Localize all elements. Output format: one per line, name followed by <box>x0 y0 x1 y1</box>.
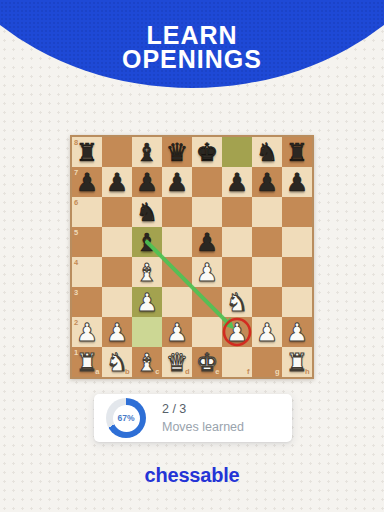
square-g6[interactable] <box>252 197 282 227</box>
progress-ring: 67% <box>106 398 146 438</box>
square-b8[interactable] <box>102 137 132 167</box>
square-d8[interactable]: ♛ <box>162 137 192 167</box>
square-h2[interactable]: ♟ <box>282 317 312 347</box>
square-e1[interactable]: e♚ <box>192 347 222 377</box>
square-f6[interactable] <box>222 197 252 227</box>
moves-caption: Moves learned <box>162 420 244 434</box>
piece-white-rook[interactable]: ♜ <box>282 347 312 377</box>
square-e6[interactable] <box>192 197 222 227</box>
square-g8[interactable]: ♞ <box>252 137 282 167</box>
piece-black-pawn[interactable]: ♟ <box>72 167 102 197</box>
square-d4[interactable] <box>162 257 192 287</box>
file-label: f <box>247 368 250 376</box>
square-h7[interactable]: ♟ <box>282 167 312 197</box>
square-f7[interactable]: ♟ <box>222 167 252 197</box>
square-e8[interactable]: ♚ <box>192 137 222 167</box>
square-g4[interactable] <box>252 257 282 287</box>
progress-percent: 67% <box>113 405 140 432</box>
square-e3[interactable] <box>192 287 222 317</box>
progress-card: 67% 2 / 3 Moves learned <box>94 394 292 442</box>
square-h6[interactable] <box>282 197 312 227</box>
piece-black-pawn[interactable]: ♟ <box>252 167 282 197</box>
square-e4[interactable]: ♟ <box>192 257 222 287</box>
piece-black-knight[interactable]: ♞ <box>132 197 162 227</box>
square-b1[interactable]: b♞ <box>102 347 132 377</box>
square-g5[interactable] <box>252 227 282 257</box>
piece-white-pawn[interactable]: ♟ <box>222 317 252 347</box>
piece-black-king[interactable]: ♚ <box>192 137 222 167</box>
square-e5[interactable]: ♟ <box>192 227 222 257</box>
piece-black-queen[interactable]: ♛ <box>162 137 192 167</box>
square-b4[interactable] <box>102 257 132 287</box>
piece-black-pawn[interactable]: ♟ <box>162 167 192 197</box>
square-b5[interactable] <box>102 227 132 257</box>
square-c8[interactable]: ♝ <box>132 137 162 167</box>
moves-fraction: 2 / 3 <box>162 402 244 416</box>
square-b6[interactable] <box>102 197 132 227</box>
square-h8[interactable]: ♜ <box>282 137 312 167</box>
piece-black-pawn[interactable]: ♟ <box>222 167 252 197</box>
square-e7[interactable] <box>192 167 222 197</box>
piece-black-rook[interactable]: ♜ <box>282 137 312 167</box>
piece-white-rook[interactable]: ♜ <box>72 347 102 377</box>
rank-label: 6 <box>74 199 78 207</box>
square-b7[interactable]: ♟ <box>102 167 132 197</box>
square-e2[interactable] <box>192 317 222 347</box>
piece-black-pawn[interactable]: ♟ <box>102 167 132 197</box>
square-d6[interactable] <box>162 197 192 227</box>
square-a7[interactable]: 7♟ <box>72 167 102 197</box>
square-b3[interactable] <box>102 287 132 317</box>
chessable-logo: chessable <box>0 464 384 487</box>
square-a6[interactable]: 6 <box>72 197 102 227</box>
square-h3[interactable] <box>282 287 312 317</box>
piece-black-rook[interactable]: ♜ <box>72 137 102 167</box>
rank-label: 5 <box>74 229 78 237</box>
piece-white-queen[interactable]: ♛ <box>162 347 192 377</box>
square-d5[interactable] <box>162 227 192 257</box>
piece-black-pawn[interactable]: ♟ <box>282 167 312 197</box>
square-h1[interactable]: h♜ <box>282 347 312 377</box>
square-a3[interactable]: 3 <box>72 287 102 317</box>
square-d1[interactable]: d♛ <box>162 347 192 377</box>
square-a8[interactable]: 8♜ <box>72 137 102 167</box>
piece-white-knight[interactable]: ♞ <box>102 347 132 377</box>
piece-black-bishop[interactable]: ♝ <box>132 227 162 257</box>
square-g2[interactable]: ♟ <box>252 317 282 347</box>
square-f8[interactable] <box>222 137 252 167</box>
piece-white-bishop[interactable]: ♝ <box>132 347 162 377</box>
square-c6[interactable]: ♞ <box>132 197 162 227</box>
square-a5[interactable]: 5 <box>72 227 102 257</box>
square-f3[interactable]: ♞ <box>222 287 252 317</box>
square-a4[interactable]: 4 <box>72 257 102 287</box>
rank-label: 4 <box>74 259 78 267</box>
piece-white-pawn[interactable]: ♟ <box>72 317 102 347</box>
rank-label: 3 <box>74 289 78 297</box>
piece-black-pawn[interactable]: ♟ <box>192 227 222 257</box>
square-b2[interactable]: ♟ <box>102 317 132 347</box>
square-h4[interactable] <box>282 257 312 287</box>
progress-texts: 2 / 3 Moves learned <box>162 402 244 434</box>
piece-black-pawn[interactable]: ♟ <box>132 167 162 197</box>
chess-board: 8♜♝♛♚♞♜7♟♟♟♟♟♟♟6♞5♝♟4♝♟3♟♞2♟♟♟♟♟♟1a♜b♞c♝… <box>70 135 314 379</box>
square-d3[interactable] <box>162 287 192 317</box>
file-label: g <box>275 368 280 376</box>
piece-black-knight[interactable]: ♞ <box>252 137 282 167</box>
square-f4[interactable] <box>222 257 252 287</box>
piece-white-bishop[interactable]: ♝ <box>132 257 162 287</box>
piece-white-pawn[interactable]: ♟ <box>162 317 192 347</box>
square-c3[interactable]: ♟ <box>132 287 162 317</box>
piece-white-pawn[interactable]: ♟ <box>102 317 132 347</box>
piece-white-king[interactable]: ♚ <box>192 347 222 377</box>
piece-black-bishop[interactable]: ♝ <box>132 137 162 167</box>
square-g3[interactable] <box>252 287 282 317</box>
square-c5[interactable]: ♝ <box>132 227 162 257</box>
piece-white-pawn[interactable]: ♟ <box>192 257 222 287</box>
square-a1[interactable]: 1a♜ <box>72 347 102 377</box>
square-d7[interactable]: ♟ <box>162 167 192 197</box>
hero-title: LEARN OPENINGS <box>0 24 384 72</box>
square-f5[interactable] <box>222 227 252 257</box>
square-a2[interactable]: 2♟ <box>72 317 102 347</box>
square-f1[interactable]: f <box>222 347 252 377</box>
piece-white-pawn[interactable]: ♟ <box>132 287 162 317</box>
square-c4[interactable]: ♝ <box>132 257 162 287</box>
hero-title-line2: OPENINGS <box>0 48 384 71</box>
square-d2[interactable]: ♟ <box>162 317 192 347</box>
piece-white-pawn[interactable]: ♟ <box>252 317 282 347</box>
app-screen: LEARN OPENINGS 8♜♝♛♚♞♜7♟♟♟♟♟♟♟6♞5♝♟4♝♟3♟… <box>0 0 384 512</box>
hero-title-line1: LEARN <box>0 24 384 47</box>
piece-white-knight[interactable]: ♞ <box>222 287 252 317</box>
square-g7[interactable]: ♟ <box>252 167 282 197</box>
square-c7[interactable]: ♟ <box>132 167 162 197</box>
square-g1[interactable]: g <box>252 347 282 377</box>
square-c1[interactable]: c♝ <box>132 347 162 377</box>
piece-white-pawn[interactable]: ♟ <box>282 317 312 347</box>
square-h5[interactable] <box>282 227 312 257</box>
square-c2[interactable] <box>132 317 162 347</box>
square-f2[interactable]: ♟ <box>222 317 252 347</box>
